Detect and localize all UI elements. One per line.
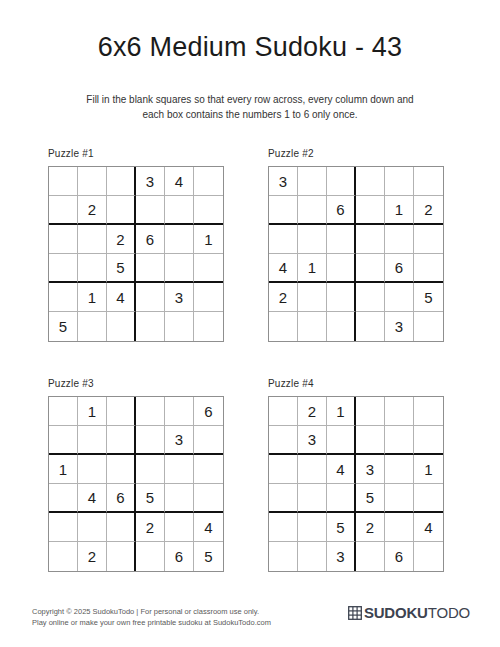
sudoku-cell-given: 3 bbox=[165, 283, 194, 312]
sudoku-cell-empty bbox=[385, 484, 414, 513]
sudoku-cell-empty bbox=[356, 196, 385, 225]
sudoku-cell-given: 1 bbox=[327, 397, 356, 426]
sudoku-cell-empty bbox=[414, 397, 443, 426]
sudoku-grid-1: 34226151435 bbox=[48, 166, 224, 342]
sudoku-grid-4: 213431552436 bbox=[268, 396, 444, 572]
sudoku-cell-empty bbox=[298, 283, 327, 312]
sudoku-cell-empty bbox=[327, 225, 356, 254]
sudoku-cell-given: 1 bbox=[414, 455, 443, 484]
sudoku-cell-given: 6 bbox=[136, 225, 165, 254]
sudoku-cell-empty bbox=[136, 283, 165, 312]
puzzle-2-label: Puzzle #2 bbox=[268, 148, 444, 159]
sudoku-cell-given: 1 bbox=[78, 397, 107, 426]
sudoku-cell-empty bbox=[327, 312, 356, 341]
sudoku-cell-empty bbox=[414, 484, 443, 513]
sudoku-cell-empty bbox=[165, 312, 194, 341]
sudoku-cell-empty bbox=[49, 513, 78, 542]
sudoku-cell-empty bbox=[78, 312, 107, 341]
sudoku-cell-empty bbox=[327, 484, 356, 513]
sudoku-cell-given: 6 bbox=[385, 542, 414, 571]
sudoku-cell-empty bbox=[165, 513, 194, 542]
logo-text-todo: TODO bbox=[428, 604, 470, 621]
sudoku-cell-empty bbox=[165, 254, 194, 283]
sudoku-cell-given: 6 bbox=[194, 397, 223, 426]
sudoku-cell-empty bbox=[107, 513, 136, 542]
sudoku-cell-empty bbox=[49, 196, 78, 225]
puzzle-4-label: Puzzle #4 bbox=[268, 378, 444, 389]
sudoku-cell-empty bbox=[298, 225, 327, 254]
sudoku-cell-given: 5 bbox=[414, 283, 443, 312]
sudoku-cell-empty bbox=[49, 484, 78, 513]
sudoku-cell-given: 2 bbox=[356, 513, 385, 542]
logo-text-sudoku: SUDOKU bbox=[364, 604, 428, 621]
sudoku-cell-given: 4 bbox=[414, 513, 443, 542]
sudoku-cell-empty bbox=[107, 397, 136, 426]
sudoku-cell-empty bbox=[165, 397, 194, 426]
sudoku-cell-empty bbox=[385, 167, 414, 196]
sudoku-cell-empty bbox=[78, 513, 107, 542]
sudoku-cell-given: 4 bbox=[165, 167, 194, 196]
sudoku-grid-2: 3612416253 bbox=[268, 166, 444, 342]
sudoku-cell-empty bbox=[385, 426, 414, 455]
puzzle-1: Puzzle #1 34226151435 bbox=[48, 148, 224, 342]
sudoku-cell-given: 5 bbox=[136, 484, 165, 513]
puzzle-2: Puzzle #2 3612416253 bbox=[268, 148, 444, 342]
sudoku-cell-given: 4 bbox=[107, 283, 136, 312]
sudoku-cell-empty bbox=[269, 196, 298, 225]
sudoku-cell-given: 3 bbox=[136, 167, 165, 196]
sudoku-cell-empty bbox=[414, 225, 443, 254]
sudoku-cell-empty bbox=[414, 542, 443, 571]
sudoku-cell-empty bbox=[165, 455, 194, 484]
sudoku-cell-empty bbox=[78, 426, 107, 455]
sudoku-cell-empty bbox=[298, 542, 327, 571]
sudoku-cell-given: 3 bbox=[298, 426, 327, 455]
sudoku-cell-empty bbox=[356, 225, 385, 254]
sudoku-cell-given: 1 bbox=[298, 254, 327, 283]
sudoku-cell-given: 1 bbox=[194, 225, 223, 254]
sudoku-cell-given: 1 bbox=[49, 455, 78, 484]
sudoku-cell-given: 3 bbox=[269, 167, 298, 196]
sudoku-cell-given: 2 bbox=[136, 513, 165, 542]
sudoku-cell-given: 3 bbox=[327, 542, 356, 571]
sudoku-cell-empty bbox=[49, 542, 78, 571]
sudoku-cell-given: 2 bbox=[298, 397, 327, 426]
sudoku-cell-given: 4 bbox=[78, 484, 107, 513]
sudoku-cell-empty bbox=[269, 426, 298, 455]
sudoku-cell-empty bbox=[298, 196, 327, 225]
sudoku-cell-given: 2 bbox=[269, 283, 298, 312]
sudoku-cell-empty bbox=[194, 455, 223, 484]
sudoku-cell-empty bbox=[385, 513, 414, 542]
sudoku-cell-given: 2 bbox=[78, 196, 107, 225]
sudoku-cell-empty bbox=[165, 225, 194, 254]
footer-copyright: Copyright © 2025 SudokuTodo | For person… bbox=[32, 606, 271, 628]
sudoku-cell-given: 4 bbox=[327, 455, 356, 484]
logo-text: SUDOKUTODO bbox=[364, 604, 470, 622]
sudoku-cell-empty bbox=[298, 484, 327, 513]
grid-icon bbox=[348, 606, 362, 620]
puzzle-1-label: Puzzle #1 bbox=[48, 148, 224, 159]
sudoku-cell-given: 1 bbox=[78, 283, 107, 312]
page-title: 6x6 Medium Sudoku - 43 bbox=[0, 32, 500, 63]
copyright-line-2: Play online or make your own free printa… bbox=[32, 617, 271, 628]
sudoku-cell-empty bbox=[136, 254, 165, 283]
sudoku-cell-empty bbox=[194, 426, 223, 455]
sudoku-cell-empty bbox=[194, 167, 223, 196]
sudoku-cell-given: 3 bbox=[165, 426, 194, 455]
sudoku-cell-empty bbox=[78, 455, 107, 484]
sudoku-cell-empty bbox=[356, 254, 385, 283]
sudoku-cell-empty bbox=[194, 283, 223, 312]
sudoku-cell-empty bbox=[78, 254, 107, 283]
sudoku-cell-empty bbox=[269, 312, 298, 341]
sudoku-cell-empty bbox=[194, 254, 223, 283]
instructions-line-2: each box contains the numbers 1 to 6 onl… bbox=[0, 107, 500, 122]
sudoku-cell-empty bbox=[269, 513, 298, 542]
sudoku-cell-empty bbox=[356, 167, 385, 196]
sudoku-cell-given: 5 bbox=[107, 254, 136, 283]
sudoku-cell-given: 6 bbox=[385, 254, 414, 283]
sudoku-cell-given: 6 bbox=[327, 196, 356, 225]
sudoku-cell-empty bbox=[414, 167, 443, 196]
copyright-line-1: Copyright © 2025 SudokuTodo | For person… bbox=[32, 606, 271, 617]
sudoku-cell-given: 1 bbox=[385, 196, 414, 225]
sudoku-cell-given: 5 bbox=[327, 513, 356, 542]
sudoku-cell-given: 4 bbox=[269, 254, 298, 283]
sudoku-cell-empty bbox=[136, 196, 165, 225]
sudoku-cell-empty bbox=[385, 225, 414, 254]
sudoku-grid-3: 163146524265 bbox=[48, 396, 224, 572]
sudoku-cell-empty bbox=[269, 455, 298, 484]
sudoku-cell-empty bbox=[269, 397, 298, 426]
sudoku-cell-empty bbox=[136, 397, 165, 426]
sudokutodo-logo: SUDOKUTODO bbox=[348, 604, 470, 622]
sudoku-cell-empty bbox=[107, 455, 136, 484]
sudoku-cell-empty bbox=[327, 254, 356, 283]
sudoku-cell-empty bbox=[49, 397, 78, 426]
instructions: Fill in the blank squares so that every … bbox=[0, 92, 500, 122]
sudoku-cell-given: 5 bbox=[194, 542, 223, 571]
instructions-line-1: Fill in the blank squares so that every … bbox=[0, 92, 500, 107]
sudoku-cell-empty bbox=[165, 196, 194, 225]
sudoku-cell-empty bbox=[385, 455, 414, 484]
sudoku-cell-empty bbox=[385, 283, 414, 312]
sudoku-cell-empty bbox=[136, 455, 165, 484]
sudoku-cell-given: 2 bbox=[414, 196, 443, 225]
puzzle-4: Puzzle #4 213431552436 bbox=[268, 378, 444, 572]
sudoku-cell-empty bbox=[194, 484, 223, 513]
sudoku-cell-empty bbox=[49, 426, 78, 455]
sudoku-cell-empty bbox=[269, 542, 298, 571]
sudoku-cell-empty bbox=[385, 397, 414, 426]
sudoku-cell-given: 5 bbox=[49, 312, 78, 341]
sudoku-cell-empty bbox=[107, 167, 136, 196]
sudoku-cell-empty bbox=[414, 426, 443, 455]
sudoku-cell-empty bbox=[327, 283, 356, 312]
sudoku-cell-empty bbox=[136, 426, 165, 455]
sudoku-cell-empty bbox=[269, 225, 298, 254]
sudoku-cell-given: 3 bbox=[385, 312, 414, 341]
sudoku-cell-given: 6 bbox=[165, 542, 194, 571]
sudoku-cell-given: 5 bbox=[356, 484, 385, 513]
sudoku-cell-empty bbox=[107, 312, 136, 341]
sudoku-cell-empty bbox=[356, 397, 385, 426]
sudoku-cell-empty bbox=[78, 167, 107, 196]
sudoku-cell-empty bbox=[49, 167, 78, 196]
sudoku-cell-empty bbox=[298, 312, 327, 341]
sudoku-cell-empty bbox=[49, 254, 78, 283]
sudoku-cell-empty bbox=[356, 312, 385, 341]
sudoku-cell-empty bbox=[327, 167, 356, 196]
sudoku-cell-given: 3 bbox=[356, 455, 385, 484]
sudoku-cell-empty bbox=[356, 542, 385, 571]
sudoku-cell-empty bbox=[298, 455, 327, 484]
sudoku-cell-empty bbox=[356, 426, 385, 455]
sudoku-cell-empty bbox=[298, 513, 327, 542]
sudoku-cell-empty bbox=[136, 312, 165, 341]
sudoku-cell-given: 6 bbox=[107, 484, 136, 513]
sudoku-cell-empty bbox=[107, 426, 136, 455]
sudoku-cell-given: 2 bbox=[78, 542, 107, 571]
sudoku-cell-empty bbox=[107, 542, 136, 571]
sudoku-cell-empty bbox=[136, 542, 165, 571]
puzzle-3-label: Puzzle #3 bbox=[48, 378, 224, 389]
sudoku-cell-given: 2 bbox=[107, 225, 136, 254]
sudoku-cell-empty bbox=[194, 312, 223, 341]
sudoku-cell-empty bbox=[194, 196, 223, 225]
sudoku-cell-empty bbox=[269, 484, 298, 513]
sudoku-cell-empty bbox=[49, 283, 78, 312]
sudoku-cell-empty bbox=[327, 426, 356, 455]
sudoku-cell-empty bbox=[165, 484, 194, 513]
sudoku-cell-empty bbox=[78, 225, 107, 254]
sudoku-cell-empty bbox=[49, 225, 78, 254]
puzzle-3: Puzzle #3 163146524265 bbox=[48, 378, 224, 572]
sudoku-cell-empty bbox=[356, 283, 385, 312]
sudoku-cell-empty bbox=[414, 254, 443, 283]
sudoku-cell-empty bbox=[414, 312, 443, 341]
sudoku-cell-empty bbox=[107, 196, 136, 225]
sudoku-cell-empty bbox=[298, 167, 327, 196]
sudoku-cell-given: 4 bbox=[194, 513, 223, 542]
